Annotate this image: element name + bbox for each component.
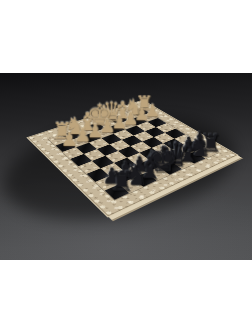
studio-backdrop: ♜♞♝♚♛♝♞♜♟♟♟♟♟♟♟♟♟♟♟♟♟♟♟♟♜♞♝♚♛♝♞♜ [0, 73, 252, 260]
product-photo-canvas: ♜♞♝♚♛♝♞♜♟♟♟♟♟♟♟♟♟♟♟♟♟♟♟♟♜♞♝♚♛♝♞♜ [0, 0, 252, 336]
white-pawn: ♟ [51, 130, 87, 149]
square: ♜ [105, 184, 130, 199]
scene-3d: ♜♞♝♚♛♝♞♜♟♟♟♟♟♟♟♟♟♟♟♟♟♟♟♟♜♞♝♚♛♝♞♜ [0, 73, 252, 260]
board-grid: ♜♞♝♚♛♝♞♜♟♟♟♟♟♟♟♟♟♟♟♟♟♟♟♟♜♞♝♚♛♝♞♜ [49, 108, 217, 200]
square: ♟ [56, 141, 77, 152]
black-rook: ♜ [100, 168, 143, 195]
chess-board: ♜♞♝♚♛♝♞♜♟♟♟♟♟♟♟♟♟♟♟♟♟♟♟♟♜♞♝♚♛♝♞♜ [26, 100, 239, 218]
